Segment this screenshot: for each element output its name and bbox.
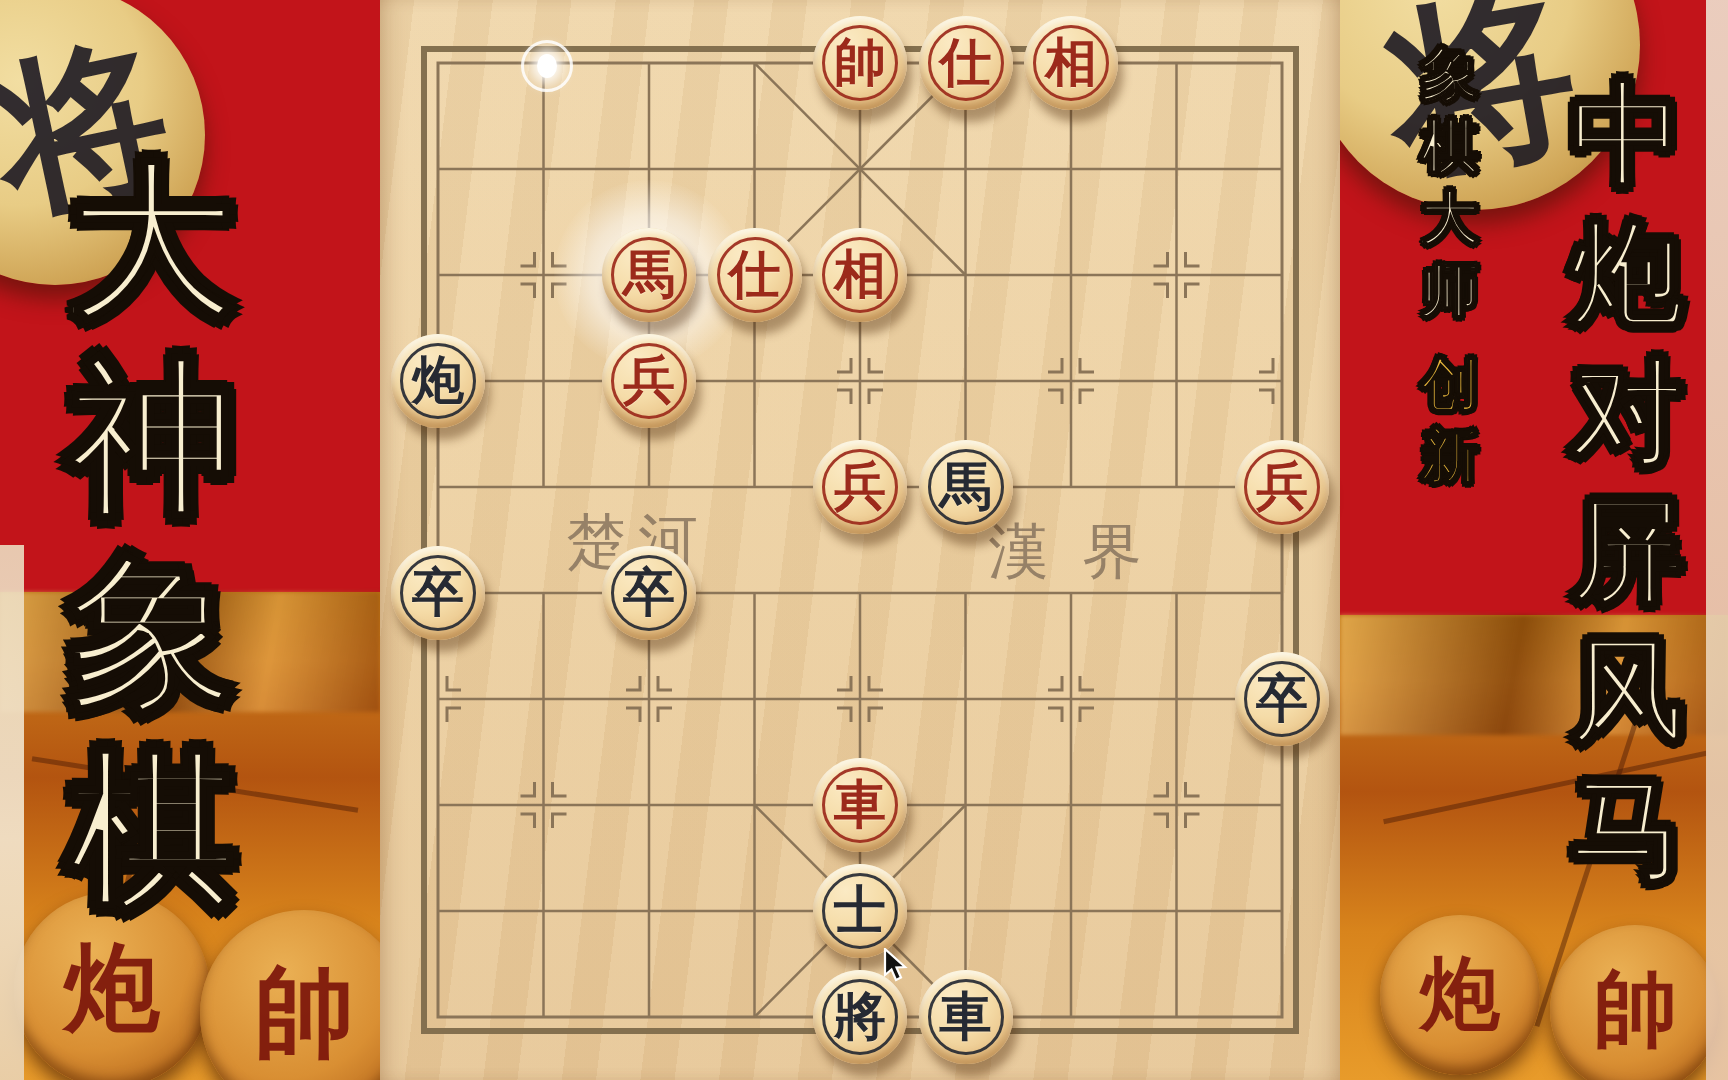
piece-red-馬[interactable]: 馬 [602, 228, 696, 322]
piece-red-仕[interactable]: 仕 [708, 228, 802, 322]
piece-char: 仕 [729, 248, 781, 300]
title-char: 创 [1421, 348, 1479, 420]
piece-char: 車 [940, 990, 992, 1042]
right-subtitle-2: 创新 [1412, 348, 1488, 492]
video-frame: 将 炮 帥 大神象棋 楚河 漢界 帥仕相馬仕相兵兵兵車炮馬卒卒卒士將車 [0, 0, 1728, 1080]
left-decor-panel: 将 炮 帥 大神象棋 [0, 0, 380, 1080]
piece-char: 仕 [940, 36, 992, 88]
piece-char: 馬 [940, 460, 992, 512]
xiangqi-board[interactable]: 楚河 漢界 帥仕相馬仕相兵兵兵車炮馬卒卒卒士將車 [380, 0, 1340, 1080]
piece-red-仕[interactable]: 仕 [919, 16, 1013, 110]
piece-red-相[interactable]: 相 [1024, 16, 1118, 110]
piece-red-兵[interactable]: 兵 [813, 440, 907, 534]
piece-char: 相 [834, 248, 886, 300]
piece-red-相[interactable]: 相 [813, 228, 907, 322]
piece-red-帥[interactable]: 帥 [813, 16, 907, 110]
piece-black-將[interactable]: 將 [813, 970, 907, 1064]
piece-black-炮[interactable]: 炮 [391, 334, 485, 428]
title-char: 炮 [1571, 203, 1684, 342]
right-title: 中炮对屏风马 [1562, 64, 1692, 898]
title-char: 屏 [1571, 481, 1684, 620]
title-char: 对 [1571, 342, 1684, 481]
piece-char: 卒 [623, 566, 675, 618]
piece-char: 將 [834, 990, 886, 1042]
piece-char: 兵 [1256, 460, 1308, 512]
title-char: 棋 [68, 730, 236, 926]
title-char: 大 [1421, 182, 1479, 254]
piece-red-兵[interactable]: 兵 [602, 334, 696, 428]
piece-char: 馬 [623, 248, 675, 300]
title-char: 风 [1571, 620, 1684, 759]
right-subtitle: 象棋大师 [1412, 38, 1488, 326]
title-char: 马 [1571, 759, 1684, 898]
piece-red-兵[interactable]: 兵 [1235, 440, 1329, 534]
piece-black-卒[interactable]: 卒 [1235, 652, 1329, 746]
mouse-cursor [882, 948, 912, 984]
title-char: 大 [68, 142, 236, 338]
piece-char: 士 [834, 884, 886, 936]
piece-char: 帥 [834, 36, 886, 88]
last-move-origin-marker [521, 40, 573, 92]
piece-char: 兵 [623, 354, 675, 406]
title-char: 中 [1571, 64, 1684, 203]
piece-char: 兵 [834, 460, 886, 512]
piece-char: 車 [834, 778, 886, 830]
title-char: 象 [1421, 38, 1479, 110]
piece-char: 相 [1045, 36, 1097, 88]
title-char: 新 [1421, 420, 1479, 492]
photo-piece-cannon: 炮 [1380, 915, 1540, 1075]
title-char: 师 [1421, 254, 1479, 326]
piece-black-馬[interactable]: 馬 [919, 440, 1013, 534]
piece-black-士[interactable]: 士 [813, 864, 907, 958]
left-title: 大神象棋 [62, 142, 242, 926]
right-decor-panel: 将 炮 帥 象棋大师 创新 中炮对屏风马 [1340, 0, 1728, 1080]
piece-char: 炮 [412, 354, 464, 406]
photo-piece-general: 帥 [200, 910, 380, 1080]
piece-red-車[interactable]: 車 [813, 758, 907, 852]
piece-char: 卒 [1256, 672, 1308, 724]
photo-piece-general: 帥 [1550, 925, 1720, 1080]
title-char: 棋 [1421, 110, 1479, 182]
piece-black-卒[interactable]: 卒 [391, 546, 485, 640]
left-edge-photo-strip [0, 545, 24, 1080]
piece-black-卒[interactable]: 卒 [602, 546, 696, 640]
river-label-right: 漢界 [988, 516, 1176, 586]
right-edge-photo-strip [1706, 0, 1728, 1080]
title-char: 象 [68, 534, 236, 730]
piece-black-車[interactable]: 車 [919, 970, 1013, 1064]
piece-char: 卒 [412, 566, 464, 618]
title-char: 神 [68, 338, 236, 534]
